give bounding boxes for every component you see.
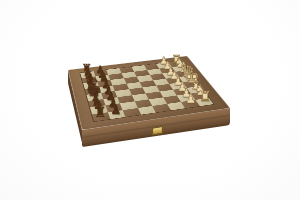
chess-set-photo: ♜♞♝♛♚♝♞♜♟♟♟♟♟♟♟♟♟♟♟♟♟♟♟♟♜♞♝♛♚♝♞♜ [0, 0, 300, 200]
square-h1 [195, 98, 214, 106]
board-squares [79, 61, 214, 123]
brass-clasp-icon [152, 126, 163, 136]
